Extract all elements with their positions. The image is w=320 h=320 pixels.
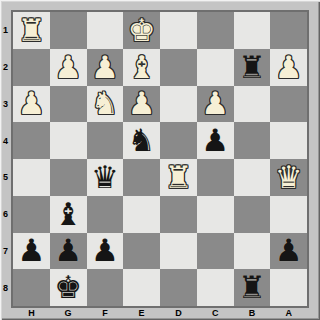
square-a1	[270, 12, 307, 49]
rank-label-3: 3	[0, 86, 11, 123]
square-g5	[50, 159, 87, 196]
square-c5	[197, 159, 234, 196]
square-a4	[270, 122, 307, 159]
square-h6	[13, 196, 50, 233]
square-c4: ♟	[197, 122, 234, 159]
square-b3	[234, 86, 271, 123]
file-label-f: F	[87, 306, 124, 319]
piece-white-pawn: ♟	[201, 88, 229, 119]
square-b6	[234, 196, 271, 233]
piece-black-knight: ♞	[128, 125, 156, 156]
file-label-b: B	[234, 306, 271, 319]
square-b2: ♜	[234, 49, 271, 86]
square-b8: ♜	[234, 269, 271, 306]
piece-black-rook: ♜	[238, 52, 266, 83]
chess-diagram: 12345678 ♜♚♟♟♝♜♟♟♞♟♟♞♟♛♜♛♝♟♟♟♟♚♜ HGFEDCB…	[0, 0, 320, 320]
file-label-h: H	[13, 306, 50, 319]
rank-label-1: 1	[0, 12, 11, 49]
chess-board: ♜♚♟♟♝♜♟♟♞♟♟♞♟♛♜♛♝♟♟♟♟♚♜	[11, 10, 309, 308]
square-g8: ♚	[50, 269, 87, 306]
square-f6	[87, 196, 124, 233]
square-f8	[87, 269, 124, 306]
square-b5	[234, 159, 271, 196]
piece-black-pawn: ♟	[275, 235, 303, 266]
piece-black-pawn: ♟	[201, 125, 229, 156]
piece-white-pawn: ♟	[54, 52, 82, 83]
file-label-d: D	[160, 306, 197, 319]
square-e3: ♟	[123, 86, 160, 123]
square-g1	[50, 12, 87, 49]
square-f4	[87, 122, 124, 159]
square-c3: ♟	[197, 86, 234, 123]
square-h3: ♟	[13, 86, 50, 123]
square-c8	[197, 269, 234, 306]
square-a8	[270, 269, 307, 306]
square-c6	[197, 196, 234, 233]
square-a2: ♟	[270, 49, 307, 86]
square-g2: ♟	[50, 49, 87, 86]
rank-labels: 12345678	[0, 12, 11, 306]
square-g6: ♝	[50, 196, 87, 233]
square-g3	[50, 86, 87, 123]
square-b4	[234, 122, 271, 159]
piece-white-knight: ♞	[91, 88, 119, 119]
square-h4	[13, 122, 50, 159]
square-d3	[160, 86, 197, 123]
piece-white-rook: ♜	[17, 15, 45, 46]
square-b7	[234, 233, 271, 270]
square-f1	[87, 12, 124, 49]
piece-black-queen: ♛	[91, 162, 119, 193]
square-h1: ♜	[13, 12, 50, 49]
piece-black-pawn: ♟	[91, 235, 119, 266]
rank-label-5: 5	[0, 159, 11, 196]
piece-black-pawn: ♟	[54, 235, 82, 266]
piece-black-king: ♚	[54, 272, 82, 303]
piece-white-pawn: ♟	[275, 52, 303, 83]
square-e5	[123, 159, 160, 196]
square-d6	[160, 196, 197, 233]
square-d2	[160, 49, 197, 86]
square-e2: ♝	[123, 49, 160, 86]
rank-label-7: 7	[0, 233, 11, 270]
piece-white-bishop: ♝	[128, 52, 156, 83]
square-e4: ♞	[123, 122, 160, 159]
square-c7	[197, 233, 234, 270]
square-f7: ♟	[87, 233, 124, 270]
piece-white-king: ♚	[128, 15, 156, 46]
rank-label-2: 2	[0, 49, 11, 86]
piece-black-bishop: ♝	[54, 199, 82, 230]
square-h5	[13, 159, 50, 196]
file-label-g: G	[50, 306, 87, 319]
square-d7	[160, 233, 197, 270]
rank-label-4: 4	[0, 122, 11, 159]
square-g4	[50, 122, 87, 159]
square-a5: ♛	[270, 159, 307, 196]
square-d5: ♜	[160, 159, 197, 196]
file-label-e: E	[123, 306, 160, 319]
piece-black-pawn: ♟	[17, 235, 45, 266]
square-a6	[270, 196, 307, 233]
square-e6	[123, 196, 160, 233]
piece-white-pawn: ♟	[128, 88, 156, 119]
square-h8	[13, 269, 50, 306]
square-a3	[270, 86, 307, 123]
piece-black-rook: ♜	[238, 272, 266, 303]
square-e8	[123, 269, 160, 306]
rank-label-6: 6	[0, 196, 11, 233]
square-f2: ♟	[87, 49, 124, 86]
piece-white-rook: ♜	[164, 162, 192, 193]
square-c2	[197, 49, 234, 86]
square-c1	[197, 12, 234, 49]
square-d1	[160, 12, 197, 49]
file-labels: HGFEDCBA	[13, 306, 307, 319]
square-a7: ♟	[270, 233, 307, 270]
square-h2	[13, 49, 50, 86]
square-d4	[160, 122, 197, 159]
file-label-c: C	[197, 306, 234, 319]
piece-white-pawn: ♟	[91, 52, 119, 83]
rank-label-8: 8	[0, 269, 11, 306]
piece-white-queen: ♛	[275, 162, 303, 193]
square-d8	[160, 269, 197, 306]
square-h7: ♟	[13, 233, 50, 270]
piece-white-pawn: ♟	[17, 88, 45, 119]
square-g7: ♟	[50, 233, 87, 270]
square-e1: ♚	[123, 12, 160, 49]
square-f3: ♞	[87, 86, 124, 123]
file-label-a: A	[270, 306, 307, 319]
square-f5: ♛	[87, 159, 124, 196]
square-b1	[234, 12, 271, 49]
square-e7	[123, 233, 160, 270]
